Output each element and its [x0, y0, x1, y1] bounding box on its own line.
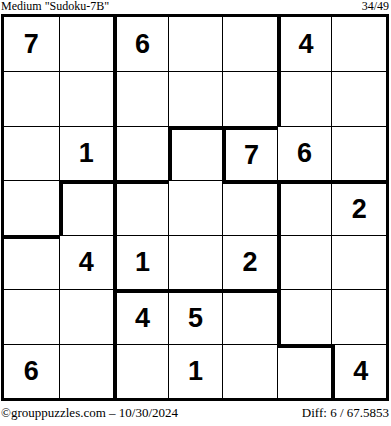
- cell-r1c1: 7: [4, 17, 59, 71]
- cell-r1c6: 4: [277, 17, 332, 71]
- cell-r7c4: 1: [168, 344, 223, 398]
- cell-r1c7[interactable]: [331, 17, 386, 71]
- cell-r7c5[interactable]: [222, 344, 277, 398]
- cell-r7c6[interactable]: [277, 344, 332, 398]
- cell-r4c4[interactable]: [168, 180, 223, 234]
- cell-r6c5[interactable]: [222, 289, 277, 343]
- cell-r6c4: 5: [168, 289, 223, 343]
- footer: ©grouppuzzles.com – 10/30/2024 Diff: 6 /…: [0, 405, 391, 423]
- cell-r4c6[interactable]: [277, 180, 332, 234]
- cell-r6c6[interactable]: [277, 289, 332, 343]
- cell-r2c3[interactable]: [113, 71, 168, 125]
- copyright-date: ©grouppuzzles.com – 10/30/2024: [1, 405, 178, 421]
- cell-r5c3: 1: [113, 235, 168, 289]
- cell-r2c2[interactable]: [59, 71, 114, 125]
- cell-r4c5[interactable]: [222, 180, 277, 234]
- cell-r7c3[interactable]: [113, 344, 168, 398]
- cell-r6c7[interactable]: [331, 289, 386, 343]
- puzzle-page: Medium "Sudoku-7B" 34/49 764176241245614…: [0, 0, 391, 426]
- cell-r6c1[interactable]: [4, 289, 59, 343]
- cell-r3c3[interactable]: [113, 126, 168, 180]
- cell-r3c5: 7: [222, 126, 277, 180]
- header: Medium "Sudoku-7B" 34/49: [0, 0, 391, 14]
- cell-r3c2: 1: [59, 126, 114, 180]
- cell-r3c1[interactable]: [4, 126, 59, 180]
- cell-r6c3: 4: [113, 289, 168, 343]
- cell-r5c6[interactable]: [277, 235, 332, 289]
- cell-r5c2: 4: [59, 235, 114, 289]
- cell-r5c5: 2: [222, 235, 277, 289]
- cell-r4c7: 2: [331, 180, 386, 234]
- cell-r4c2[interactable]: [59, 180, 114, 234]
- cell-r5c7[interactable]: [331, 235, 386, 289]
- cell-r1c5[interactable]: [222, 17, 277, 71]
- cell-r2c5[interactable]: [222, 71, 277, 125]
- cell-r2c6[interactable]: [277, 71, 332, 125]
- sudoku-grid: 764176241245614: [1, 14, 389, 401]
- cell-r2c1[interactable]: [4, 71, 59, 125]
- cell-r4c1[interactable]: [4, 180, 59, 234]
- cell-r4c3[interactable]: [113, 180, 168, 234]
- cell-r1c2[interactable]: [59, 17, 114, 71]
- cell-r7c1: 6: [4, 344, 59, 398]
- cell-r3c6: 6: [277, 126, 332, 180]
- cell-r3c4[interactable]: [168, 126, 223, 180]
- cell-r2c4[interactable]: [168, 71, 223, 125]
- puzzle-title: Medium "Sudoku-7B": [1, 0, 109, 13]
- difficulty-rating: Diff: 6 / 67.5853: [302, 405, 389, 421]
- cell-r3c7[interactable]: [331, 126, 386, 180]
- cell-r2c7[interactable]: [331, 71, 386, 125]
- cell-r7c7: 4: [331, 344, 386, 398]
- puzzle-counter: 34/49: [362, 0, 389, 13]
- cell-r1c3: 6: [113, 17, 168, 71]
- cell-r5c4[interactable]: [168, 235, 223, 289]
- cell-r7c2[interactable]: [59, 344, 114, 398]
- cell-r6c2[interactable]: [59, 289, 114, 343]
- cell-r1c4[interactable]: [168, 17, 223, 71]
- cell-r5c1[interactable]: [4, 235, 59, 289]
